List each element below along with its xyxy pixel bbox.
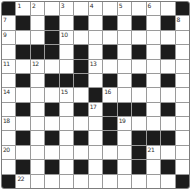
black-cell-r7c8: [118, 103, 131, 116]
cell-r0c8[interactable]: 5: [118, 2, 131, 15]
black-cell-r1c9: [132, 16, 145, 29]
cell-r10c5[interactable]: [74, 146, 87, 159]
black-cell-r11c3: [45, 160, 58, 173]
black-cell-r3c11: [161, 45, 174, 58]
black-cell-r3c7: [103, 45, 116, 58]
cell-r4c0[interactable]: 11: [2, 60, 15, 73]
cell-r6c9[interactable]: [132, 88, 145, 101]
cell-r9c6[interactable]: [89, 131, 102, 144]
cell-r4c1[interactable]: [16, 60, 29, 73]
cell-r9c2[interactable]: [31, 131, 44, 144]
cell-r6c12[interactable]: [176, 88, 189, 101]
cell-r3c10[interactable]: [147, 45, 160, 58]
cell-r8c3[interactable]: [45, 117, 58, 130]
cell-r7c4[interactable]: [60, 103, 73, 116]
clue-number: 4: [90, 2, 93, 9]
cell-r8c10[interactable]: [147, 117, 160, 130]
black-cell-r12c12: [176, 175, 189, 188]
clue-number: 20: [3, 146, 10, 153]
cell-r8c8[interactable]: 19: [118, 117, 131, 130]
clue-number: 17: [90, 103, 97, 110]
cell-r3c6[interactable]: [89, 45, 102, 58]
cell-r7c0[interactable]: [2, 103, 15, 116]
cell-r4c2[interactable]: 12: [31, 60, 44, 73]
black-cell-r9c5: [74, 131, 87, 144]
clue-number: 11: [3, 60, 10, 67]
black-cell-r12c0: [2, 175, 15, 188]
cell-r12c7[interactable]: [103, 175, 116, 188]
cell-r6c3[interactable]: [45, 88, 58, 101]
black-cell-r9c10: [147, 131, 160, 144]
black-cell-r5c9: [132, 74, 145, 87]
cell-r6c5[interactable]: [74, 88, 87, 101]
cell-r10c11[interactable]: [161, 146, 174, 159]
cell-r11c10[interactable]: [147, 160, 160, 173]
cell-r8c5[interactable]: [74, 117, 87, 130]
cell-r6c10[interactable]: [147, 88, 160, 101]
cell-r4c9[interactable]: [132, 60, 145, 73]
cell-r0c4[interactable]: 3: [60, 2, 73, 15]
clue-number: 6: [148, 2, 151, 9]
clue-number: 16: [104, 88, 111, 95]
clue-number: 1: [17, 2, 20, 9]
cell-r4c8[interactable]: [118, 60, 131, 73]
black-cell-r7c3: [45, 103, 58, 116]
cell-r5c2[interactable]: [31, 74, 44, 87]
black-cell-r5c7: [103, 74, 116, 87]
cell-r6c2[interactable]: [31, 88, 44, 101]
cell-r2c7[interactable]: [103, 31, 116, 44]
cell-r9c12[interactable]: [176, 131, 189, 144]
cell-r11c2[interactable]: [31, 160, 44, 173]
cell-r12c5[interactable]: [74, 175, 87, 188]
cell-r11c6[interactable]: [89, 160, 102, 173]
black-cell-r3c9: [132, 45, 145, 58]
cell-r12c1[interactable]: 22: [16, 175, 29, 188]
cell-r5c8[interactable]: [118, 74, 131, 87]
clue-number: 21: [148, 146, 155, 153]
cell-r4c6[interactable]: 13: [89, 60, 102, 73]
cell-r3c0[interactable]: [2, 45, 15, 58]
cell-r10c2[interactable]: [31, 146, 44, 159]
cell-r5c0[interactable]: [2, 74, 15, 87]
black-cell-r7c11: [161, 103, 174, 116]
cell-r0c9[interactable]: [132, 2, 145, 15]
clue-number: 10: [61, 31, 68, 38]
cell-r10c8[interactable]: [118, 146, 131, 159]
cell-r0c6[interactable]: 4: [89, 2, 102, 15]
cell-r4c10[interactable]: [147, 60, 160, 73]
clue-number: 19: [119, 117, 126, 124]
cell-r12c3[interactable]: [45, 175, 58, 188]
cell-r2c0[interactable]: 9: [2, 31, 15, 44]
cell-r11c0[interactable]: [2, 160, 15, 173]
black-cell-r1c11: [161, 16, 174, 29]
black-cell-r7c1: [16, 103, 29, 116]
black-cell-r1c3: [45, 16, 58, 29]
cell-r0c7[interactable]: [103, 2, 116, 15]
clue-number: 14: [3, 88, 10, 95]
black-cell-r11c7: [103, 160, 116, 173]
cell-r12c10[interactable]: [147, 175, 160, 188]
cell-r5c10[interactable]: [147, 74, 160, 87]
cell-r4c11[interactable]: [161, 60, 174, 73]
black-cell-r9c1: [16, 131, 29, 144]
black-cell-r7c9: [132, 103, 145, 116]
black-cell-r5c5: [74, 74, 87, 87]
black-cell-r0c0: [2, 2, 15, 15]
cell-r7c6[interactable]: 17: [89, 103, 102, 116]
black-cell-r5c4: [60, 74, 73, 87]
clue-number: 22: [17, 175, 24, 182]
cell-r3c4[interactable]: [60, 45, 73, 58]
cell-r1c2[interactable]: [31, 16, 44, 29]
black-cell-r3c1: [16, 45, 29, 58]
black-cell-r7c7: [103, 103, 116, 116]
cell-r10c4[interactable]: [60, 146, 73, 159]
cell-r8c9[interactable]: [132, 117, 145, 130]
cell-r10c6[interactable]: [89, 146, 102, 159]
cell-r3c12[interactable]: [176, 45, 189, 58]
cell-r1c10[interactable]: [147, 16, 160, 29]
cell-r0c2[interactable]: 2: [31, 2, 44, 15]
cell-r7c2[interactable]: [31, 103, 44, 116]
cell-r2c6[interactable]: [89, 31, 102, 44]
cell-r1c0[interactable]: 7: [2, 16, 15, 29]
cell-r6c11[interactable]: [161, 88, 174, 101]
clue-number: 5: [119, 2, 122, 9]
black-cell-r5c11: [161, 74, 174, 87]
clue-number: 12: [32, 60, 39, 67]
cell-r0c10[interactable]: 6: [147, 2, 160, 15]
clue-number: 9: [3, 31, 6, 38]
cell-r6c8[interactable]: [118, 88, 131, 101]
cell-r2c4[interactable]: 10: [60, 31, 73, 44]
cell-r8c12[interactable]: [176, 117, 189, 130]
cell-r2c1[interactable]: [16, 31, 29, 44]
cell-r10c3[interactable]: [45, 146, 58, 159]
cell-r7c12[interactable]: [176, 103, 189, 116]
clue-number: 2: [32, 2, 35, 9]
cell-r0c11[interactable]: [161, 2, 174, 15]
cell-r12c9[interactable]: [132, 175, 145, 188]
black-cell-r5c1: [16, 74, 29, 87]
black-cell-r11c9: [132, 160, 145, 173]
black-cell-r1c5: [74, 16, 87, 29]
black-cell-r9c11: [161, 131, 174, 144]
cell-r4c7[interactable]: [103, 60, 116, 73]
cell-r6c7[interactable]: 16: [103, 88, 116, 101]
crossword-grid: 12345678910111213141516171819202122: [1, 1, 190, 189]
cell-r8c4[interactable]: [60, 117, 73, 130]
cell-r8c2[interactable]: [31, 117, 44, 130]
black-cell-r3c2: [31, 45, 44, 58]
black-cell-r1c1: [16, 16, 29, 29]
cell-r10c0[interactable]: 20: [2, 146, 15, 159]
cell-r0c1[interactable]: 1: [16, 2, 29, 15]
cell-r4c12[interactable]: [176, 60, 189, 73]
cell-r1c4[interactable]: [60, 16, 73, 29]
cell-r6c0[interactable]: 14: [2, 88, 15, 101]
cell-r2c9[interactable]: [132, 31, 145, 44]
cell-r2c10[interactable]: [147, 31, 160, 44]
black-cell-r11c5: [74, 160, 87, 173]
cell-r4c4[interactable]: [60, 60, 73, 73]
cell-r2c8[interactable]: [118, 31, 131, 44]
clue-number: 15: [61, 88, 68, 95]
cell-r5c6[interactable]: [89, 74, 102, 87]
cell-r10c10[interactable]: 21: [147, 146, 160, 159]
black-cell-r6c6: [89, 88, 102, 101]
black-cell-r9c3: [45, 131, 58, 144]
cell-r2c2[interactable]: [31, 31, 44, 44]
cell-r9c8[interactable]: [118, 131, 131, 144]
cell-r4c3[interactable]: [45, 60, 58, 73]
cell-r9c0[interactable]: [2, 131, 15, 144]
black-cell-r9c7: [103, 131, 116, 144]
black-cell-r9c9: [132, 131, 145, 144]
black-cell-r2c3: [45, 31, 58, 44]
black-cell-r5c3: [45, 74, 58, 87]
cell-r11c8[interactable]: [118, 160, 131, 173]
clue-number: 13: [90, 60, 97, 67]
cell-r12c2[interactable]: [31, 175, 44, 188]
cell-r0c5[interactable]: [74, 2, 87, 15]
cell-r10c12[interactable]: [176, 146, 189, 159]
cell-r8c11[interactable]: [161, 117, 174, 130]
cell-r11c12[interactable]: [176, 160, 189, 173]
cell-r10c1[interactable]: [16, 146, 29, 159]
clue-number: 18: [3, 117, 10, 124]
cell-r6c1[interactable]: [16, 88, 29, 101]
crossword-page: 12345678910111213141516171819202122: [0, 0, 192, 191]
cell-r6c4[interactable]: 15: [60, 88, 73, 101]
black-cell-r11c11: [161, 160, 174, 173]
cell-r8c0[interactable]: 18: [2, 117, 15, 130]
cell-r8c1[interactable]: [16, 117, 29, 130]
cell-r7c10[interactable]: [147, 103, 160, 116]
cell-r2c11[interactable]: [161, 31, 174, 44]
cell-r1c12[interactable]: 8: [176, 16, 189, 29]
cell-r2c5[interactable]: [74, 31, 87, 44]
cell-r0c3[interactable]: [45, 2, 58, 15]
clue-number: 7: [3, 16, 6, 23]
cell-r12c8[interactable]: [118, 175, 131, 188]
cell-r5c12[interactable]: [176, 74, 189, 87]
cell-r1c6[interactable]: [89, 16, 102, 29]
cell-r9c4[interactable]: [60, 131, 73, 144]
clue-number: 8: [177, 16, 180, 23]
black-cell-r1c7: [103, 16, 116, 29]
cell-r10c7[interactable]: [103, 146, 116, 159]
black-cell-r10c9: [132, 146, 145, 159]
cell-r2c12[interactable]: [176, 31, 189, 44]
cell-r11c4[interactable]: [60, 160, 73, 173]
black-cell-r11c1: [16, 160, 29, 173]
black-cell-r7c5: [74, 103, 87, 116]
cell-r1c8[interactable]: [118, 16, 131, 29]
black-cell-r4c5: [74, 60, 87, 73]
cell-r8c6[interactable]: [89, 117, 102, 130]
clue-number: 3: [61, 2, 64, 9]
cell-r12c6[interactable]: [89, 175, 102, 188]
black-cell-r0c12: [176, 2, 189, 15]
black-cell-r3c5: [74, 45, 87, 58]
black-cell-r3c3: [45, 45, 58, 58]
cell-r12c11[interactable]: [161, 175, 174, 188]
cell-r12c4[interactable]: [60, 175, 73, 188]
black-cell-r8c7: [103, 117, 116, 130]
cell-r3c8[interactable]: [118, 45, 131, 58]
